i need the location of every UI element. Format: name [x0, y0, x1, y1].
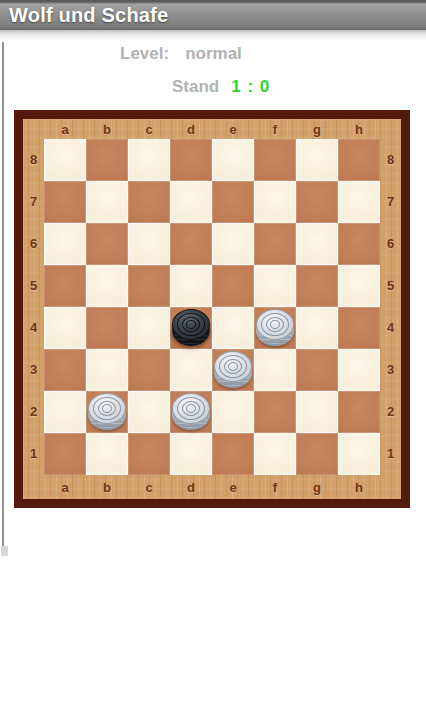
- pieces-layer: [23, 119, 401, 499]
- piece-ring: [186, 404, 196, 413]
- app-screen: Wolf und Schafe Level:normal Stand1 : 0 …: [0, 0, 426, 710]
- piece-face: [256, 309, 294, 340]
- app-title: Wolf und Schafe: [9, 4, 168, 27]
- piece-face: [172, 393, 210, 424]
- piece-face: [172, 309, 210, 340]
- scrollbar-remnant: [1, 546, 8, 556]
- level-label: Level:: [120, 44, 169, 63]
- level-row: Level:normal: [120, 44, 242, 64]
- piece-white-e3[interactable]: [213, 350, 253, 390]
- piece-face: [214, 351, 252, 382]
- title-bar: Wolf und Schafe: [0, 0, 426, 30]
- piece-ring: [102, 404, 112, 413]
- checkers-board: aabbccddeeffgghh8877665544332211: [14, 110, 410, 508]
- piece-face: [88, 393, 126, 424]
- level-value: normal: [185, 44, 242, 63]
- titlebar-shadow: [0, 30, 426, 40]
- piece-ring: [228, 362, 238, 371]
- piece-white-f4[interactable]: [255, 308, 295, 348]
- piece-ring: [186, 320, 196, 329]
- scrollbar-track: [2, 42, 4, 546]
- piece-white-d2[interactable]: [171, 392, 211, 432]
- piece-black-d4[interactable]: [171, 308, 211, 348]
- score-row: Stand1 : 0: [172, 77, 270, 97]
- piece-ring: [270, 320, 280, 329]
- score-value: 1 : 0: [231, 77, 270, 96]
- score-label: Stand: [172, 77, 219, 96]
- piece-white-b2[interactable]: [87, 392, 127, 432]
